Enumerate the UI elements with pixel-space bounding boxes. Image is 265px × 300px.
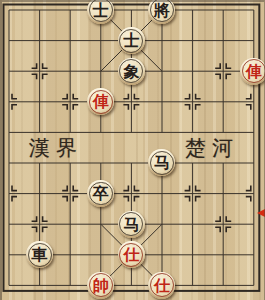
red-chariot[interactable]: 俥 [87, 88, 114, 115]
piece-glyph: 將 [154, 2, 170, 19]
black-general[interactable]: 將 [148, 0, 175, 24]
piece-glyph: 俥 [246, 63, 262, 80]
xiangqi-board: 漢界 楚河 士將士象俥俥马卒马仕車帥仕 [0, 0, 265, 300]
black-soldier[interactable]: 卒 [87, 180, 114, 207]
piece-glyph: 卒 [93, 185, 109, 202]
move-indicator-arrow [257, 209, 265, 217]
black-horse[interactable]: 马 [118, 211, 145, 238]
black-advisor[interactable]: 士 [118, 27, 145, 54]
piece-glyph: 車 [32, 246, 48, 263]
red-advisor[interactable]: 仕 [148, 272, 175, 299]
piece-glyph: 马 [154, 154, 170, 171]
pieces-layer: 士將士象俥俥马卒马仕車帥仕 [0, 0, 265, 300]
piece-glyph: 仕 [154, 277, 170, 294]
red-chariot[interactable]: 俥 [240, 58, 265, 85]
black-elephant[interactable]: 象 [118, 58, 145, 85]
piece-glyph: 马 [123, 216, 139, 233]
piece-glyph: 士 [93, 2, 109, 19]
black-advisor[interactable]: 士 [87, 0, 114, 24]
piece-glyph: 象 [123, 63, 139, 80]
piece-glyph: 俥 [93, 93, 109, 110]
red-advisor[interactable]: 仕 [118, 241, 145, 268]
piece-glyph: 士 [123, 32, 139, 49]
black-chariot[interactable]: 車 [26, 241, 53, 268]
red-general[interactable]: 帥 [87, 272, 114, 299]
piece-glyph: 帥 [93, 277, 109, 294]
black-horse[interactable]: 马 [148, 149, 175, 176]
piece-glyph: 仕 [123, 246, 139, 263]
